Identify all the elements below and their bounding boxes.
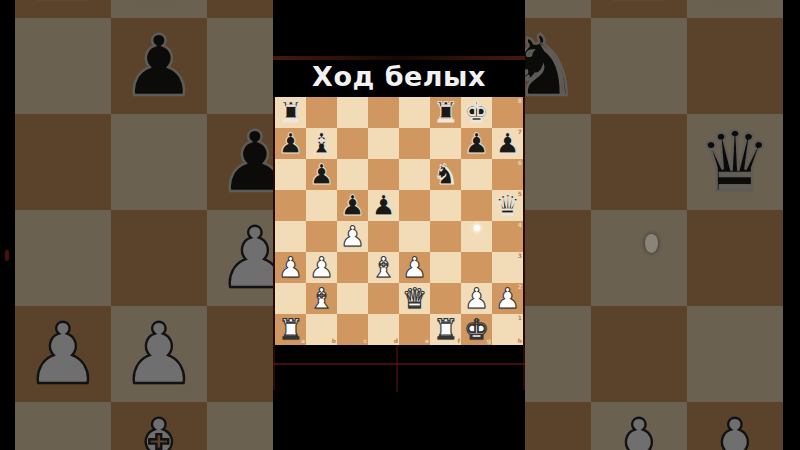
square-d4[interactable]	[368, 221, 399, 252]
square-g5[interactable]	[461, 190, 492, 221]
square-c4[interactable]: ♟	[337, 221, 368, 252]
black-rook-f8[interactable]: ♜	[430, 97, 461, 128]
black-pawn-a7[interactable]: ♟	[275, 128, 306, 159]
square-a2[interactable]	[275, 283, 306, 314]
square-b4[interactable]	[306, 221, 337, 252]
white-bishop-b2[interactable]: ♝	[306, 283, 337, 314]
white-pawn-b3[interactable]: ♟	[306, 252, 337, 283]
red-edge-artifact	[5, 250, 9, 261]
square-e5[interactable]	[399, 190, 430, 221]
square-h5[interactable]: ♛5	[492, 190, 523, 221]
square-f4[interactable]	[430, 221, 461, 252]
square-f5[interactable]	[430, 190, 461, 221]
square-b2[interactable]: ♝	[306, 283, 337, 314]
square-e3[interactable]: ♟	[399, 252, 430, 283]
file-label-g: g	[487, 338, 491, 344]
square-a1[interactable]: ♜a	[275, 314, 306, 345]
rank-label-3: 3	[518, 253, 522, 259]
black-pawn-c5[interactable]: ♟	[337, 190, 368, 221]
square-h8[interactable]: 8	[492, 97, 523, 128]
square-a5[interactable]	[275, 190, 306, 221]
white-pawn-c4[interactable]: ♟	[337, 221, 368, 252]
white-pawn-a3[interactable]: ♟	[275, 252, 306, 283]
rank-label-6: 6	[518, 160, 522, 166]
square-h3[interactable]: 3	[492, 252, 523, 283]
file-label-c: c	[363, 338, 367, 344]
square-g2[interactable]: ♟	[461, 283, 492, 314]
square-d6[interactable]	[368, 159, 399, 190]
puzzle-chessboard[interactable]: ♜♜♚8♟♝♟♟7♟♞6♟♟♛5♟4♟♟♝♟3♝♛♟♟2♜abcde♜f♚g1h	[275, 97, 523, 345]
square-d2[interactable]	[368, 283, 399, 314]
rank-label-8: 8	[518, 98, 522, 104]
square-d8[interactable]	[368, 97, 399, 128]
rank-label-1: 1	[518, 315, 522, 321]
square-b6[interactable]: ♟	[306, 159, 337, 190]
square-f1[interactable]: ♜f	[430, 314, 461, 345]
black-pawn-b6[interactable]: ♟	[306, 159, 337, 190]
rank-label-7: 7	[518, 129, 522, 135]
black-pawn-g7[interactable]: ♟	[461, 128, 492, 159]
file-label-h: h	[518, 338, 522, 344]
red-glow-right	[523, 97, 525, 390]
square-b1[interactable]: b	[306, 314, 337, 345]
square-c1[interactable]: c	[337, 314, 368, 345]
square-f8[interactable]: ♜	[430, 97, 461, 128]
square-e1[interactable]: e	[399, 314, 430, 345]
square-c7[interactable]	[337, 128, 368, 159]
white-rook-f1[interactable]: ♜	[430, 314, 461, 345]
square-h6[interactable]: 6	[492, 159, 523, 190]
red-scanline-bottom	[273, 363, 525, 365]
file-label-a: a	[301, 338, 305, 344]
black-bishop-b7[interactable]: ♝	[306, 128, 337, 159]
rank-label-2: 2	[518, 284, 522, 290]
square-c2[interactable]	[337, 283, 368, 314]
black-pawn-d5[interactable]: ♟	[368, 190, 399, 221]
file-label-d: d	[394, 338, 398, 344]
white-queen-e2[interactable]: ♛	[399, 283, 430, 314]
square-c5[interactable]: ♟	[337, 190, 368, 221]
square-c6[interactable]	[337, 159, 368, 190]
square-h1[interactable]: 1h	[492, 314, 523, 345]
square-b5[interactable]	[306, 190, 337, 221]
square-f6[interactable]: ♞	[430, 159, 461, 190]
black-rook-a8[interactable]: ♜	[275, 97, 306, 128]
file-label-e: e	[425, 338, 429, 344]
square-e2[interactable]: ♛	[399, 283, 430, 314]
square-f2[interactable]	[430, 283, 461, 314]
square-e4[interactable]	[399, 221, 430, 252]
black-knight-f6[interactable]: ♞	[430, 159, 461, 190]
square-a6[interactable]	[275, 159, 306, 190]
video-frame: ♜♜♚♟♝♟♟♟♞♟♟♛♟♟♟♝♟♝♛♟♟♜♜♚ Ход белых ♜♜♚8♟…	[0, 0, 800, 450]
background-cursor-icon	[645, 234, 658, 253]
white-pawn-g2[interactable]: ♟	[461, 283, 492, 314]
mouse-cursor-dot-icon	[474, 225, 480, 231]
square-e7[interactable]	[399, 128, 430, 159]
white-pawn-e3[interactable]: ♟	[399, 252, 430, 283]
square-f3[interactable]	[430, 252, 461, 283]
square-e8[interactable]	[399, 97, 430, 128]
red-scanline-vertical	[396, 345, 398, 392]
square-g7[interactable]: ♟	[461, 128, 492, 159]
square-b8[interactable]	[306, 97, 337, 128]
square-d5[interactable]: ♟	[368, 190, 399, 221]
square-g6[interactable]	[461, 159, 492, 190]
square-d1[interactable]: d	[368, 314, 399, 345]
square-d7[interactable]	[368, 128, 399, 159]
square-e6[interactable]	[399, 159, 430, 190]
square-g3[interactable]	[461, 252, 492, 283]
file-label-b: b	[332, 338, 336, 344]
square-h2[interactable]: ♟2	[492, 283, 523, 314]
rank-label-5: 5	[518, 191, 522, 197]
square-g8[interactable]: ♚	[461, 97, 492, 128]
square-a3[interactable]: ♟	[275, 252, 306, 283]
black-king-g8[interactable]: ♚	[461, 97, 492, 128]
square-a8[interactable]: ♜	[275, 97, 306, 128]
file-label-f: f	[457, 338, 460, 344]
square-b7[interactable]: ♝	[306, 128, 337, 159]
rank-label-4: 4	[518, 222, 522, 228]
square-g1[interactable]: ♚g	[461, 314, 492, 345]
square-f7[interactable]	[430, 128, 461, 159]
square-h4[interactable]: 4	[492, 221, 523, 252]
square-h7[interactable]: ♟7	[492, 128, 523, 159]
square-c3[interactable]	[337, 252, 368, 283]
turn-indicator-title: Ход белых	[273, 60, 525, 94]
square-c8[interactable]	[337, 97, 368, 128]
square-a7[interactable]: ♟	[275, 128, 306, 159]
white-bishop-d3[interactable]: ♝	[368, 252, 399, 283]
square-a4[interactable]	[275, 221, 306, 252]
square-b3[interactable]: ♟	[306, 252, 337, 283]
square-d3[interactable]: ♝	[368, 252, 399, 283]
